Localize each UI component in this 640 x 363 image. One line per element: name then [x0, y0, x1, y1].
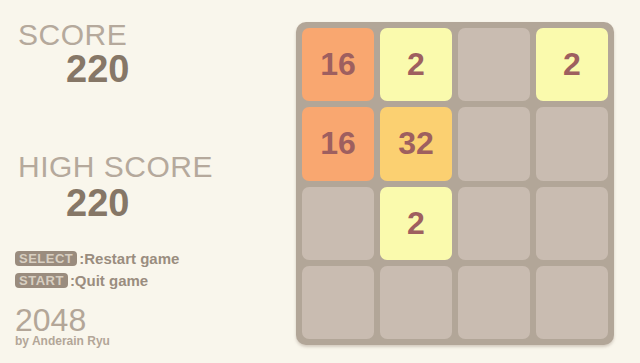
tile-2: 2: [380, 187, 452, 260]
game-screen: SCORE 220 HIGH SCORE 220 SELECT :Restart…: [0, 0, 640, 363]
empty-cell: [302, 187, 374, 260]
empty-cell: [536, 107, 608, 180]
restart-hint-label: :Restart game: [79, 250, 179, 267]
restart-hint: SELECT :Restart game: [15, 250, 179, 267]
quit-hint: START :Quit game: [15, 272, 148, 289]
score-label: SCORE: [18, 18, 127, 52]
score-value: 220: [66, 48, 129, 91]
tile-2: 2: [380, 28, 452, 101]
tile-32: 32: [380, 107, 452, 180]
empty-cell: [458, 266, 530, 339]
tile-16: 16: [302, 28, 374, 101]
author-byline: by Anderain Ryu: [15, 334, 110, 348]
empty-cell: [380, 266, 452, 339]
tile-16: 16: [302, 107, 374, 180]
empty-cell: [458, 107, 530, 180]
high-score-label: HIGH SCORE: [18, 150, 213, 184]
empty-cell: [458, 28, 530, 101]
quit-hint-label: :Quit game: [70, 272, 148, 289]
empty-cell: [458, 187, 530, 260]
board-2048[interactable]: 162216322: [296, 22, 614, 345]
start-key-badge[interactable]: START: [15, 273, 68, 288]
high-score-value: 220: [66, 182, 129, 225]
empty-cell: [536, 266, 608, 339]
empty-cell: [302, 266, 374, 339]
select-key-badge[interactable]: SELECT: [15, 251, 77, 266]
tile-2: 2: [536, 28, 608, 101]
empty-cell: [536, 187, 608, 260]
